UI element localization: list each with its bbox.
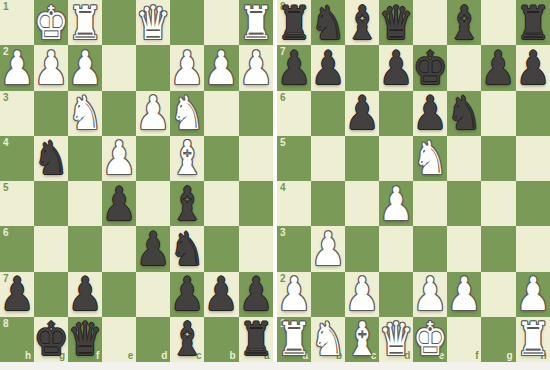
- square-h5[interactable]: 5: [0, 181, 34, 226]
- black-pawn-e5[interactable]: ♟: [102, 180, 137, 226]
- square-b1[interactable]: [204, 0, 238, 45]
- square-b2[interactable]: ♟: [204, 45, 238, 90]
- square-e8[interactable]: e: [102, 317, 136, 362]
- square-g6[interactable]: [34, 226, 68, 271]
- square-h2[interactable]: ♟: [516, 272, 550, 317]
- square-f8[interactable]: ♝: [447, 0, 481, 45]
- black-pawn-d7[interactable]: ♟: [379, 45, 414, 91]
- square-b7[interactable]: ♟: [311, 45, 345, 90]
- black-knight-c6[interactable]: ♞: [170, 226, 205, 272]
- square-f2[interactable]: ♟: [68, 45, 102, 90]
- square-a5[interactable]: [239, 181, 273, 226]
- square-h7[interactable]: 7♟: [0, 272, 34, 317]
- square-f4[interactable]: [447, 181, 481, 226]
- square-e3[interactable]: [102, 91, 136, 136]
- square-e8[interactable]: [413, 0, 447, 45]
- square-b4[interactable]: [311, 181, 345, 226]
- square-g8[interactable]: g♚: [34, 317, 68, 362]
- square-b1[interactable]: b♞: [311, 317, 345, 362]
- square-e3[interactable]: [413, 226, 447, 271]
- square-a1[interactable]: ♜: [239, 0, 273, 45]
- square-a1[interactable]: 1a♜: [277, 317, 311, 362]
- square-h6[interactable]: 6: [0, 226, 34, 271]
- square-a6[interactable]: 6: [277, 91, 311, 136]
- square-a4[interactable]: 4: [277, 181, 311, 226]
- square-a3[interactable]: [239, 91, 273, 136]
- square-h8[interactable]: ♜: [516, 0, 550, 45]
- square-a7[interactable]: ♟: [239, 272, 273, 317]
- square-f3[interactable]: ♞: [68, 91, 102, 136]
- square-h1[interactable]: h♜: [516, 317, 550, 362]
- square-b3[interactable]: [204, 91, 238, 136]
- square-d5[interactable]: [136, 181, 170, 226]
- black-pawn-b7[interactable]: ♟: [204, 271, 239, 317]
- white-rook-f1[interactable]: ♜: [68, 0, 103, 46]
- black-queen-d8[interactable]: ♛: [379, 0, 414, 46]
- square-h1[interactable]: 1: [0, 0, 34, 45]
- black-knight-b8[interactable]: ♞: [311, 0, 346, 46]
- white-pawn-f2[interactable]: ♟: [68, 45, 103, 91]
- square-d1[interactable]: d♛: [379, 317, 413, 362]
- square-c3[interactable]: ♞: [170, 91, 204, 136]
- square-c8[interactable]: c♝: [170, 317, 204, 362]
- square-b6[interactable]: [311, 91, 345, 136]
- white-knight-b1[interactable]: ♞: [311, 316, 346, 362]
- square-b6[interactable]: [204, 226, 238, 271]
- white-queen-d1[interactable]: ♛: [379, 316, 414, 362]
- square-h3[interactable]: 3: [0, 91, 34, 136]
- square-d7[interactable]: ♟: [379, 45, 413, 90]
- rank-label-5: 5: [280, 137, 286, 148]
- black-pawn-h7[interactable]: ♟: [0, 271, 34, 317]
- square-f7[interactable]: ♟: [68, 272, 102, 317]
- square-b8[interactable]: ♞: [311, 0, 345, 45]
- white-rook-h1[interactable]: ♜: [515, 316, 550, 362]
- square-d8[interactable]: ♛: [379, 0, 413, 45]
- square-h5[interactable]: [516, 136, 550, 181]
- square-c4[interactable]: [345, 181, 379, 226]
- square-b5[interactable]: [311, 136, 345, 181]
- square-e2[interactable]: [102, 45, 136, 90]
- square-a7[interactable]: 7♟: [277, 45, 311, 90]
- rank-label-4: 4: [3, 137, 9, 148]
- square-f8[interactable]: f♛: [68, 317, 102, 362]
- white-queen-d1[interactable]: ♛: [136, 0, 171, 46]
- square-c3[interactable]: [345, 226, 379, 271]
- black-king-e7[interactable]: ♚: [413, 45, 448, 91]
- square-h3[interactable]: [516, 226, 550, 271]
- square-b7[interactable]: ♟: [204, 272, 238, 317]
- square-e7[interactable]: ♚: [413, 45, 447, 90]
- white-pawn-e4[interactable]: ♟: [102, 135, 137, 181]
- white-pawn-d3[interactable]: ♟: [136, 90, 171, 136]
- file-label-h: h: [25, 350, 31, 361]
- boards-row: 1♚♜♛♜2♟♟♟♟♟♟3♞♟♞4♞♟♝5♟♝6♟♞7♟♟♟♟♟8hg♚f♛ed…: [0, 0, 547, 362]
- square-h6[interactable]: [516, 91, 550, 136]
- white-rook-a1[interactable]: ♜: [277, 316, 312, 362]
- square-e7[interactable]: [102, 272, 136, 317]
- square-f1[interactable]: f: [447, 317, 481, 362]
- square-c5[interactable]: [345, 136, 379, 181]
- square-f5[interactable]: [447, 136, 481, 181]
- square-a6[interactable]: [239, 226, 273, 271]
- square-b2[interactable]: [311, 272, 345, 317]
- square-h7[interactable]: ♟: [516, 45, 550, 90]
- black-pawn-c7[interactable]: ♟: [170, 271, 205, 317]
- square-f4[interactable]: [68, 136, 102, 181]
- file-label-g: g: [506, 350, 512, 361]
- square-f7[interactable]: [447, 45, 481, 90]
- square-d2[interactable]: [136, 45, 170, 90]
- square-d4[interactable]: [136, 136, 170, 181]
- black-pawn-d6[interactable]: ♟: [136, 226, 171, 272]
- square-e6[interactable]: ♟: [413, 91, 447, 136]
- black-knight-g4[interactable]: ♞: [34, 135, 69, 181]
- black-pawn-c6[interactable]: ♟: [345, 90, 380, 136]
- black-pawn-g7[interactable]: ♟: [481, 45, 516, 91]
- square-g4[interactable]: [481, 181, 515, 226]
- square-e4[interactable]: ♟: [102, 136, 136, 181]
- square-a8[interactable]: a♜: [239, 317, 273, 362]
- white-pawn-a2[interactable]: ♟: [277, 271, 312, 317]
- square-h4[interactable]: 4: [0, 136, 34, 181]
- black-king-g8[interactable]: ♚: [34, 316, 69, 362]
- square-f3[interactable]: [447, 226, 481, 271]
- square-g8[interactable]: [481, 0, 515, 45]
- black-bishop-c5[interactable]: ♝: [170, 180, 205, 226]
- white-pawn-d4[interactable]: ♟: [379, 180, 414, 226]
- white-king-e1[interactable]: ♚: [413, 316, 448, 362]
- chess-board-right: 8♜♞♝♛♝♜7♟♟♟♚♟♟6♟♟♞5♞4♟3♟2♟♟♟♟♟1a♜b♞c♝d♛e…: [277, 0, 547, 362]
- square-d5[interactable]: [379, 136, 413, 181]
- black-pawn-h7[interactable]: ♟: [515, 45, 550, 91]
- square-b8[interactable]: b: [204, 317, 238, 362]
- rank-label-3: 3: [280, 227, 286, 238]
- white-pawn-b2[interactable]: ♟: [204, 45, 239, 91]
- black-bishop-c8[interactable]: ♝: [170, 316, 205, 362]
- square-c6[interactable]: ♟: [345, 91, 379, 136]
- square-c1[interactable]: [170, 0, 204, 45]
- white-knight-c3[interactable]: ♞: [170, 90, 205, 136]
- square-e1[interactable]: [102, 0, 136, 45]
- black-rook-a8[interactable]: ♜: [238, 316, 273, 362]
- square-a2[interactable]: 2♟: [277, 272, 311, 317]
- black-pawn-e6[interactable]: ♟: [413, 90, 448, 136]
- black-bishop-c8[interactable]: ♝: [345, 0, 380, 46]
- square-d2[interactable]: [379, 272, 413, 317]
- square-a3[interactable]: 3: [277, 226, 311, 271]
- square-f6[interactable]: ♞: [447, 91, 481, 136]
- white-rook-a1[interactable]: ♜: [238, 0, 273, 46]
- square-g3[interactable]: [34, 91, 68, 136]
- square-g4[interactable]: ♞: [34, 136, 68, 181]
- square-a5[interactable]: 5: [277, 136, 311, 181]
- file-label-f: f: [475, 350, 478, 361]
- black-rook-a8[interactable]: ♜: [277, 0, 312, 46]
- black-pawn-a7[interactable]: ♟: [238, 271, 273, 317]
- file-label-e: e: [128, 350, 134, 361]
- square-b4[interactable]: [204, 136, 238, 181]
- square-d8[interactable]: d: [136, 317, 170, 362]
- square-a2[interactable]: ♟: [239, 45, 273, 90]
- square-g1[interactable]: g: [481, 317, 515, 362]
- square-e6[interactable]: [102, 226, 136, 271]
- white-pawn-e2[interactable]: ♟: [413, 271, 448, 317]
- rank-label-1: 1: [3, 1, 9, 12]
- square-a8[interactable]: 8♜: [277, 0, 311, 45]
- square-h8[interactable]: 8h: [0, 317, 34, 362]
- square-c4[interactable]: ♝: [170, 136, 204, 181]
- white-pawn-h2[interactable]: ♟: [515, 271, 550, 317]
- white-pawn-h2[interactable]: ♟: [0, 45, 34, 91]
- square-d4[interactable]: ♟: [379, 181, 413, 226]
- square-g5[interactable]: [34, 181, 68, 226]
- square-b3[interactable]: ♟: [311, 226, 345, 271]
- square-d6[interactable]: [379, 91, 413, 136]
- square-c5[interactable]: ♝: [170, 181, 204, 226]
- square-f2[interactable]: ♟: [447, 272, 481, 317]
- square-g7[interactable]: ♟: [481, 45, 515, 90]
- square-d7[interactable]: [136, 272, 170, 317]
- square-g2[interactable]: ♟: [34, 45, 68, 90]
- white-king-g1[interactable]: ♚: [34, 0, 69, 46]
- page: 1♚♜♛♜2♟♟♟♟♟♟3♞♟♞4♞♟♝5♟♝6♟♞7♟♟♟♟♟8hg♚f♛ed…: [0, 0, 550, 370]
- square-g7[interactable]: [34, 272, 68, 317]
- white-pawn-c2[interactable]: ♟: [170, 45, 205, 91]
- square-g3[interactable]: [481, 226, 515, 271]
- black-bishop-f8[interactable]: ♝: [447, 0, 482, 46]
- chess-board-left: 1♚♜♛♜2♟♟♟♟♟♟3♞♟♞4♞♟♝5♟♝6♟♞7♟♟♟♟♟8hg♚f♛ed…: [0, 0, 270, 362]
- file-label-b: b: [229, 350, 235, 361]
- square-c8[interactable]: ♝: [345, 0, 379, 45]
- square-e5[interactable]: ♞: [413, 136, 447, 181]
- square-c2[interactable]: ♟: [345, 272, 379, 317]
- square-c6[interactable]: ♞: [170, 226, 204, 271]
- black-pawn-b7[interactable]: ♟: [311, 45, 346, 91]
- black-rook-h8[interactable]: ♜: [515, 0, 550, 46]
- square-f5[interactable]: [68, 181, 102, 226]
- square-f1[interactable]: ♜: [68, 0, 102, 45]
- file-label-d: d: [161, 350, 167, 361]
- black-queen-f8[interactable]: ♛: [68, 316, 103, 362]
- rank-label-5: 5: [3, 182, 9, 193]
- square-g1[interactable]: ♚: [34, 0, 68, 45]
- white-pawn-a2[interactable]: ♟: [238, 45, 273, 91]
- white-knight-e5[interactable]: ♞: [413, 135, 448, 181]
- rank-label-6: 6: [3, 227, 9, 238]
- white-pawn-f2[interactable]: ♟: [447, 271, 482, 317]
- square-g6[interactable]: [481, 91, 515, 136]
- square-c7[interactable]: ♟: [170, 272, 204, 317]
- white-pawn-c2[interactable]: ♟: [345, 271, 380, 317]
- square-c2[interactable]: ♟: [170, 45, 204, 90]
- white-pawn-b3[interactable]: ♟: [311, 226, 346, 272]
- black-pawn-f7[interactable]: ♟: [68, 271, 103, 317]
- square-c7[interactable]: [345, 45, 379, 90]
- square-d6[interactable]: ♟: [136, 226, 170, 271]
- white-bishop-c1[interactable]: ♝: [345, 316, 380, 362]
- black-pawn-a7[interactable]: ♟: [277, 45, 312, 91]
- square-c1[interactable]: c♝: [345, 317, 379, 362]
- square-d1[interactable]: ♛: [136, 0, 170, 45]
- white-bishop-c4[interactable]: ♝: [170, 135, 205, 181]
- square-g2[interactable]: [481, 272, 515, 317]
- square-d3[interactable]: [379, 226, 413, 271]
- rank-label-4: 4: [280, 182, 286, 193]
- square-e4[interactable]: [413, 181, 447, 226]
- square-e5[interactable]: ♟: [102, 181, 136, 226]
- square-a4[interactable]: [239, 136, 273, 181]
- square-e1[interactable]: e♚: [413, 317, 447, 362]
- square-h4[interactable]: [516, 181, 550, 226]
- square-g5[interactable]: [481, 136, 515, 181]
- square-h2[interactable]: 2♟: [0, 45, 34, 90]
- black-knight-f6[interactable]: ♞: [447, 90, 482, 136]
- square-d3[interactable]: ♟: [136, 91, 170, 136]
- square-f6[interactable]: [68, 226, 102, 271]
- white-knight-f3[interactable]: ♞: [68, 90, 103, 136]
- square-b5[interactable]: [204, 181, 238, 226]
- white-pawn-g2[interactable]: ♟: [34, 45, 69, 91]
- square-e2[interactable]: ♟: [413, 272, 447, 317]
